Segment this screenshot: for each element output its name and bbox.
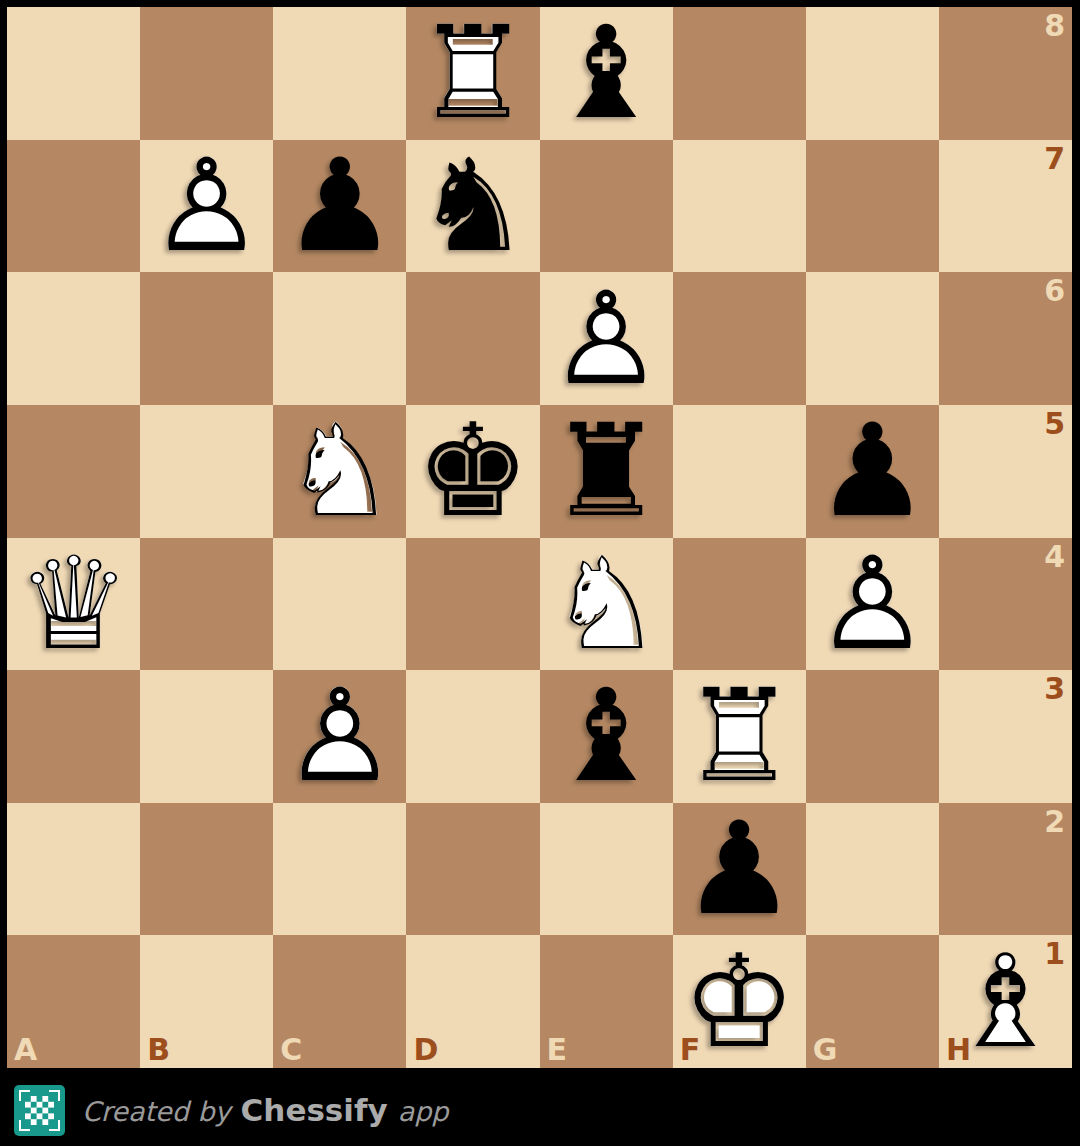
created-by-text: Created by bbox=[82, 1096, 231, 1127]
square-d2[interactable] bbox=[406, 803, 539, 936]
square-h7[interactable]: 7 bbox=[939, 140, 1072, 273]
square-c5[interactable]: ♞♘ bbox=[273, 405, 406, 538]
square-b1[interactable]: B bbox=[140, 935, 273, 1068]
square-a6[interactable] bbox=[7, 272, 140, 405]
square-a5[interactable] bbox=[7, 405, 140, 538]
chessify-logo-icon bbox=[14, 1085, 65, 1136]
square-a7[interactable] bbox=[7, 140, 140, 273]
file-label-e: E bbox=[547, 1035, 568, 1065]
square-g4[interactable]: ♟♙ bbox=[806, 538, 939, 671]
white-pawn-g4: ♟♙ bbox=[806, 538, 939, 671]
white-rook-f3: ♜♖ bbox=[673, 670, 806, 803]
white-pawn-c3: ♟♙ bbox=[273, 670, 406, 803]
square-e2[interactable] bbox=[540, 803, 673, 936]
square-c2[interactable] bbox=[273, 803, 406, 936]
square-c3[interactable]: ♟♙ bbox=[273, 670, 406, 803]
white-piece-outline: ♙ bbox=[815, 540, 930, 668]
white-piece-outline: ♘ bbox=[549, 540, 664, 668]
rank-label-2: 2 bbox=[1044, 807, 1065, 837]
square-c6[interactable] bbox=[273, 272, 406, 405]
square-a4[interactable]: ♛♕ bbox=[7, 538, 140, 671]
square-e7[interactable] bbox=[540, 140, 673, 273]
brand-name: Chessify bbox=[241, 1092, 388, 1128]
white-piece-outline: ♔ bbox=[682, 938, 797, 1066]
white-knight-e4: ♞♘ bbox=[540, 538, 673, 671]
square-d8[interactable]: ♜♖ bbox=[406, 7, 539, 140]
square-a3[interactable] bbox=[7, 670, 140, 803]
square-f7[interactable] bbox=[673, 140, 806, 273]
square-h1[interactable]: 1H♝♗ bbox=[939, 935, 1072, 1068]
logo-corner-bracket bbox=[49, 1120, 60, 1131]
white-piece-outline: ♘ bbox=[282, 407, 397, 535]
black-piece-glyph: ♝ bbox=[549, 672, 664, 800]
black-piece-glyph: ♚ bbox=[416, 407, 531, 535]
black-pawn-g5: ♟ bbox=[806, 405, 939, 538]
white-pawn-e6: ♟♙ bbox=[540, 272, 673, 405]
black-piece-glyph: ♝ bbox=[549, 9, 664, 137]
square-b7[interactable]: ♟♙ bbox=[140, 140, 273, 273]
rank-label-7: 7 bbox=[1044, 144, 1065, 174]
square-f6[interactable] bbox=[673, 272, 806, 405]
square-a8[interactable] bbox=[7, 7, 140, 140]
square-b6[interactable] bbox=[140, 272, 273, 405]
square-e4[interactable]: ♞♘ bbox=[540, 538, 673, 671]
square-f1[interactable]: F♚♔ bbox=[673, 935, 806, 1068]
square-f8[interactable] bbox=[673, 7, 806, 140]
square-d7[interactable]: ♞ bbox=[406, 140, 539, 273]
square-d4[interactable] bbox=[406, 538, 539, 671]
black-king-d5: ♚ bbox=[406, 405, 539, 538]
white-piece-outline: ♙ bbox=[149, 142, 264, 270]
square-a1[interactable]: A bbox=[7, 935, 140, 1068]
chess-board-frame: ♜♖♝8♟♙♟♞7♟♙6♞♘♚♜♟5♛♕♞♘♟♙4♟♙♝♜♖3♟2ABCDEF♚… bbox=[0, 0, 1080, 1074]
square-e3[interactable]: ♝ bbox=[540, 670, 673, 803]
app-text: app bbox=[398, 1096, 449, 1127]
black-piece-glyph: ♟ bbox=[282, 142, 397, 270]
footer-credit-text: Created by Chessify app bbox=[82, 1092, 448, 1128]
square-d5[interactable]: ♚ bbox=[406, 405, 539, 538]
square-a2[interactable] bbox=[7, 803, 140, 936]
square-d1[interactable]: D bbox=[406, 935, 539, 1068]
square-h4[interactable]: 4 bbox=[939, 538, 1072, 671]
black-bishop-e8: ♝ bbox=[540, 7, 673, 140]
square-e1[interactable]: E bbox=[540, 935, 673, 1068]
white-pawn-b7: ♟♙ bbox=[140, 140, 273, 273]
square-h2[interactable]: 2 bbox=[939, 803, 1072, 936]
black-piece-glyph: ♟ bbox=[682, 805, 797, 933]
square-h5[interactable]: 5 bbox=[939, 405, 1072, 538]
white-piece-outline: ♙ bbox=[282, 672, 397, 800]
square-e5[interactable]: ♜ bbox=[540, 405, 673, 538]
square-b5[interactable] bbox=[140, 405, 273, 538]
white-piece-outline: ♖ bbox=[682, 672, 797, 800]
file-label-d: D bbox=[413, 1035, 438, 1065]
square-f3[interactable]: ♜♖ bbox=[673, 670, 806, 803]
rank-label-6: 6 bbox=[1044, 276, 1065, 306]
rank-label-8: 8 bbox=[1044, 11, 1065, 41]
square-g3[interactable] bbox=[806, 670, 939, 803]
square-h3[interactable]: 3 bbox=[939, 670, 1072, 803]
white-rook-d8: ♜♖ bbox=[406, 7, 539, 140]
file-label-a: A bbox=[14, 1035, 37, 1065]
square-f2[interactable]: ♟ bbox=[673, 803, 806, 936]
chess-board: ♜♖♝8♟♙♟♞7♟♙6♞♘♚♜♟5♛♕♞♘♟♙4♟♙♝♜♖3♟2ABCDEF♚… bbox=[7, 7, 1072, 1068]
square-g5[interactable]: ♟ bbox=[806, 405, 939, 538]
square-e8[interactable]: ♝ bbox=[540, 7, 673, 140]
square-b2[interactable] bbox=[140, 803, 273, 936]
square-h8[interactable]: 8 bbox=[939, 7, 1072, 140]
square-f5[interactable] bbox=[673, 405, 806, 538]
logo-corner-bracket bbox=[19, 1090, 30, 1101]
square-b8[interactable] bbox=[140, 7, 273, 140]
rank-label-5: 5 bbox=[1044, 409, 1065, 439]
rank-label-4: 4 bbox=[1044, 542, 1065, 572]
file-label-g: G bbox=[813, 1035, 838, 1065]
square-h6[interactable]: 6 bbox=[939, 272, 1072, 405]
white-knight-c5: ♞♘ bbox=[273, 405, 406, 538]
black-piece-glyph: ♜ bbox=[549, 407, 664, 535]
square-b3[interactable] bbox=[140, 670, 273, 803]
white-piece-outline: ♗ bbox=[948, 938, 1063, 1066]
logo-corner-bracket bbox=[19, 1120, 30, 1131]
white-queen-a4: ♛♕ bbox=[7, 538, 140, 671]
white-bishop-h1: ♝♗ bbox=[939, 935, 1072, 1068]
black-knight-d7: ♞ bbox=[406, 140, 539, 273]
black-bishop-e3: ♝ bbox=[540, 670, 673, 803]
white-piece-outline: ♕ bbox=[16, 540, 131, 668]
square-e6[interactable]: ♟♙ bbox=[540, 272, 673, 405]
square-g7[interactable] bbox=[806, 140, 939, 273]
black-rook-e5: ♜ bbox=[540, 405, 673, 538]
white-king-f1: ♚♔ bbox=[673, 935, 806, 1068]
white-piece-outline: ♙ bbox=[549, 275, 664, 403]
file-label-c: C bbox=[280, 1035, 302, 1065]
square-d3[interactable] bbox=[406, 670, 539, 803]
file-label-b: B bbox=[147, 1035, 170, 1065]
square-g1[interactable]: G bbox=[806, 935, 939, 1068]
square-d6[interactable] bbox=[406, 272, 539, 405]
footer-credit-bar: Created by Chessify app bbox=[0, 1074, 1080, 1146]
square-c1[interactable]: C bbox=[273, 935, 406, 1068]
black-pawn-f2: ♟ bbox=[673, 803, 806, 936]
black-piece-glyph: ♟ bbox=[815, 407, 930, 535]
square-b4[interactable] bbox=[140, 538, 273, 671]
black-pawn-c7: ♟ bbox=[273, 140, 406, 273]
square-c8[interactable] bbox=[273, 7, 406, 140]
rank-label-3: 3 bbox=[1044, 674, 1065, 704]
square-g8[interactable] bbox=[806, 7, 939, 140]
square-g6[interactable] bbox=[806, 272, 939, 405]
square-c7[interactable]: ♟ bbox=[273, 140, 406, 273]
square-f4[interactable] bbox=[673, 538, 806, 671]
logo-corner-bracket bbox=[49, 1090, 60, 1101]
white-piece-outline: ♖ bbox=[416, 9, 531, 137]
square-g2[interactable] bbox=[806, 803, 939, 936]
black-piece-glyph: ♞ bbox=[416, 142, 531, 270]
square-c4[interactable] bbox=[273, 538, 406, 671]
